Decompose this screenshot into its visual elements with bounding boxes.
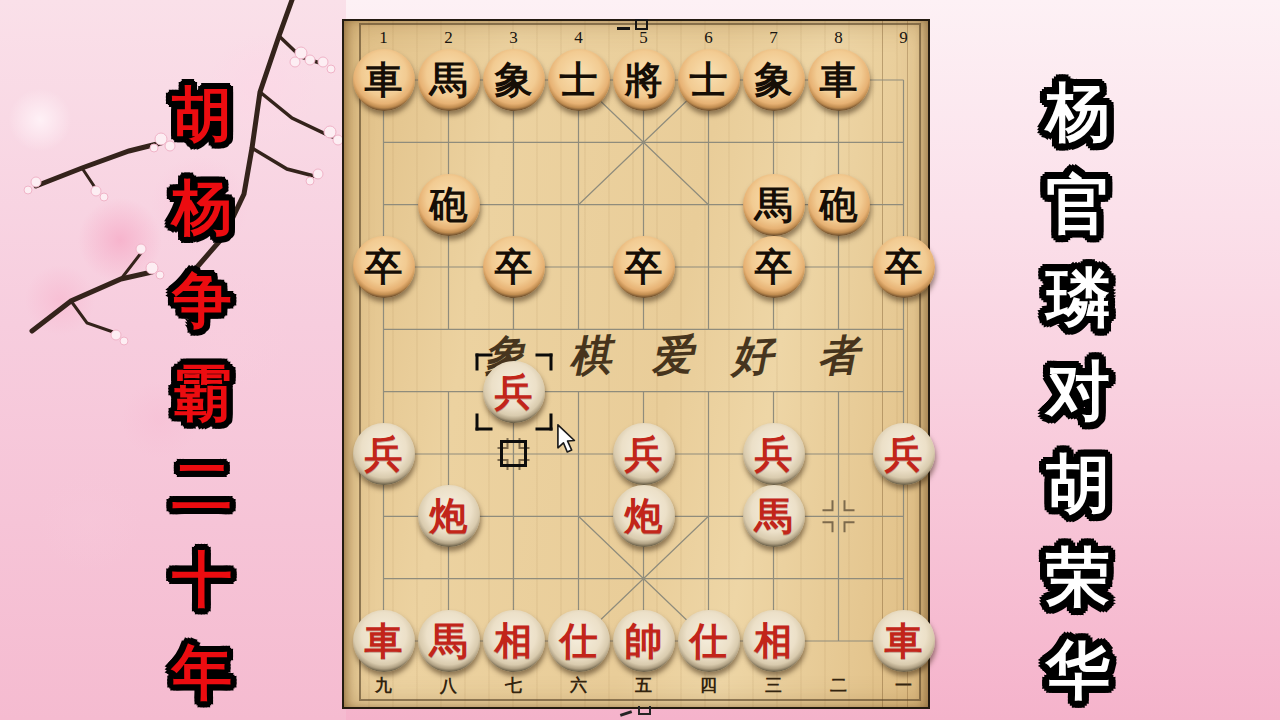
piece-black-馬[interactable]: 馬 xyxy=(418,49,480,111)
file-label-bottom: 四 xyxy=(700,674,717,697)
piece-black-砲[interactable]: 砲 xyxy=(418,174,480,236)
file-label-top: 8 xyxy=(834,28,843,48)
board-cell: 相 xyxy=(741,610,806,672)
board-cell: 砲 xyxy=(806,174,871,236)
board-cell: 馬 xyxy=(416,49,481,111)
board-cell: 象 xyxy=(741,49,806,111)
board-cell: 車 xyxy=(351,610,416,672)
piece-red-炮[interactable]: 炮 xyxy=(418,485,480,547)
board-cell: 卒 xyxy=(741,236,806,298)
piece-red-仕[interactable]: 仕 xyxy=(678,610,740,672)
piece-red-兵[interactable]: 兵 xyxy=(483,361,545,423)
move-origin-marker xyxy=(500,440,527,467)
board-cell: 車 xyxy=(806,49,871,111)
file-label-top: 1 xyxy=(379,28,388,48)
board-cell: 帥 xyxy=(611,610,676,672)
caption-char: 十 xyxy=(172,549,232,609)
caption-char: 争 xyxy=(172,270,232,330)
file-label-bottom: 五 xyxy=(635,674,652,697)
piece-red-炮[interactable]: 炮 xyxy=(613,485,675,547)
piece-black-象[interactable]: 象 xyxy=(483,49,545,111)
caption-char: 荣 xyxy=(1046,545,1110,609)
piece-black-馬[interactable]: 馬 xyxy=(743,174,805,236)
piece-red-相[interactable]: 相 xyxy=(483,610,545,672)
caption-char: 华 xyxy=(1046,638,1110,702)
piece-red-兵[interactable]: 兵 xyxy=(873,423,935,485)
board-cell: 士 xyxy=(676,49,741,111)
file-label-top: 5 xyxy=(639,28,648,48)
file-label-bottom: 七 xyxy=(505,674,522,697)
piece-red-帥[interactable]: 帥 xyxy=(613,610,675,672)
caption-char: 杨 xyxy=(1046,80,1110,144)
file-label-top: 2 xyxy=(444,28,453,48)
caption-char: 官 xyxy=(1046,173,1110,237)
board-cell: 仕 xyxy=(676,610,741,672)
board-cell: 兵 xyxy=(611,423,676,485)
board-cell: 卒 xyxy=(481,236,546,298)
pieces-grid: 車馬象士將士象車砲馬砲卒卒卒卒卒兵兵兵兵兵炮炮馬車馬相仕帥仕相車 xyxy=(351,49,936,672)
file-label-top: 6 xyxy=(704,28,713,48)
file-label-top: 9 xyxy=(899,28,908,48)
caption-char: 年 xyxy=(172,642,232,702)
page: { "game": "xiangqi", "captions": { "left… xyxy=(0,0,1280,720)
board-cell: 馬 xyxy=(741,485,806,547)
file-label-bottom: 六 xyxy=(570,674,587,697)
board-cell: 炮 xyxy=(416,485,481,547)
right-caption: 杨官璘对胡荣华 xyxy=(1030,80,1126,702)
file-label-top: 7 xyxy=(769,28,778,48)
board-cell: 車 xyxy=(351,49,416,111)
board-cell: 兵 xyxy=(741,423,806,485)
file-label-top: 4 xyxy=(574,28,583,48)
piece-red-馬[interactable]: 馬 xyxy=(743,485,805,547)
file-label-bottom: 八 xyxy=(440,674,457,697)
clipped-text-fragment-bottom xyxy=(620,696,651,715)
piece-black-將[interactable]: 將 xyxy=(613,49,675,111)
file-label-bottom: 二 xyxy=(830,674,847,697)
piece-red-相[interactable]: 相 xyxy=(743,610,805,672)
piece-black-卒[interactable]: 卒 xyxy=(743,236,805,298)
piece-black-卒[interactable]: 卒 xyxy=(483,236,545,298)
board-cell: 兵 xyxy=(351,423,416,485)
piece-black-砲[interactable]: 砲 xyxy=(808,174,870,236)
piece-black-士[interactable]: 士 xyxy=(678,49,740,111)
caption-char: 璘 xyxy=(1046,266,1110,330)
piece-black-車[interactable]: 車 xyxy=(353,49,415,111)
xiangqi-board[interactable]: 象棋爱好者 123456789 九八七六五四三二一 車馬象士將士象車砲馬砲卒卒卒… xyxy=(342,19,930,709)
piece-red-兵[interactable]: 兵 xyxy=(743,423,805,485)
board-cell: 相 xyxy=(481,610,546,672)
piece-black-卒[interactable]: 卒 xyxy=(613,236,675,298)
file-label-bottom: 三 xyxy=(765,674,782,697)
piece-black-車[interactable]: 車 xyxy=(808,49,870,111)
board-cell: 兵 xyxy=(871,423,936,485)
piece-red-馬[interactable]: 馬 xyxy=(418,610,480,672)
piece-black-士[interactable]: 士 xyxy=(548,49,610,111)
piece-black-象[interactable]: 象 xyxy=(743,49,805,111)
board-cell xyxy=(481,423,546,485)
piece-red-車[interactable]: 車 xyxy=(353,610,415,672)
board-cell: 象 xyxy=(481,49,546,111)
board-cell: 車 xyxy=(871,610,936,672)
caption-char: 胡 xyxy=(172,84,232,144)
file-label-top: 3 xyxy=(509,28,518,48)
board-cell: 炮 xyxy=(611,485,676,547)
board-cell: 卒 xyxy=(871,236,936,298)
board-cell: 馬 xyxy=(416,610,481,672)
board-cell: 仕 xyxy=(546,610,611,672)
piece-red-兵[interactable]: 兵 xyxy=(353,423,415,485)
piece-red-車[interactable]: 車 xyxy=(873,610,935,672)
caption-char: 霸 xyxy=(172,363,232,423)
file-label-bottom: 九 xyxy=(375,674,392,697)
board-cell: 馬 xyxy=(741,174,806,236)
caption-char: 杨 xyxy=(172,177,232,237)
board-cell: 士 xyxy=(546,49,611,111)
piece-red-兵[interactable]: 兵 xyxy=(613,423,675,485)
caption-char: 胡 xyxy=(1046,452,1110,516)
board-cell: 卒 xyxy=(611,236,676,298)
file-label-bottom: 一 xyxy=(895,674,912,697)
piece-black-卒[interactable]: 卒 xyxy=(873,236,935,298)
piece-black-卒[interactable]: 卒 xyxy=(353,236,415,298)
piece-red-仕[interactable]: 仕 xyxy=(548,610,610,672)
board-cell: 卒 xyxy=(351,236,416,298)
board-cell: 兵 xyxy=(481,360,546,422)
caption-char: 二 xyxy=(172,456,232,516)
left-caption: 胡杨争霸二十年 xyxy=(156,84,248,702)
board-cell: 砲 xyxy=(416,174,481,236)
clipped-text-fragment-top xyxy=(617,11,648,30)
caption-char: 对 xyxy=(1046,359,1110,423)
board-cell: 將 xyxy=(611,49,676,111)
